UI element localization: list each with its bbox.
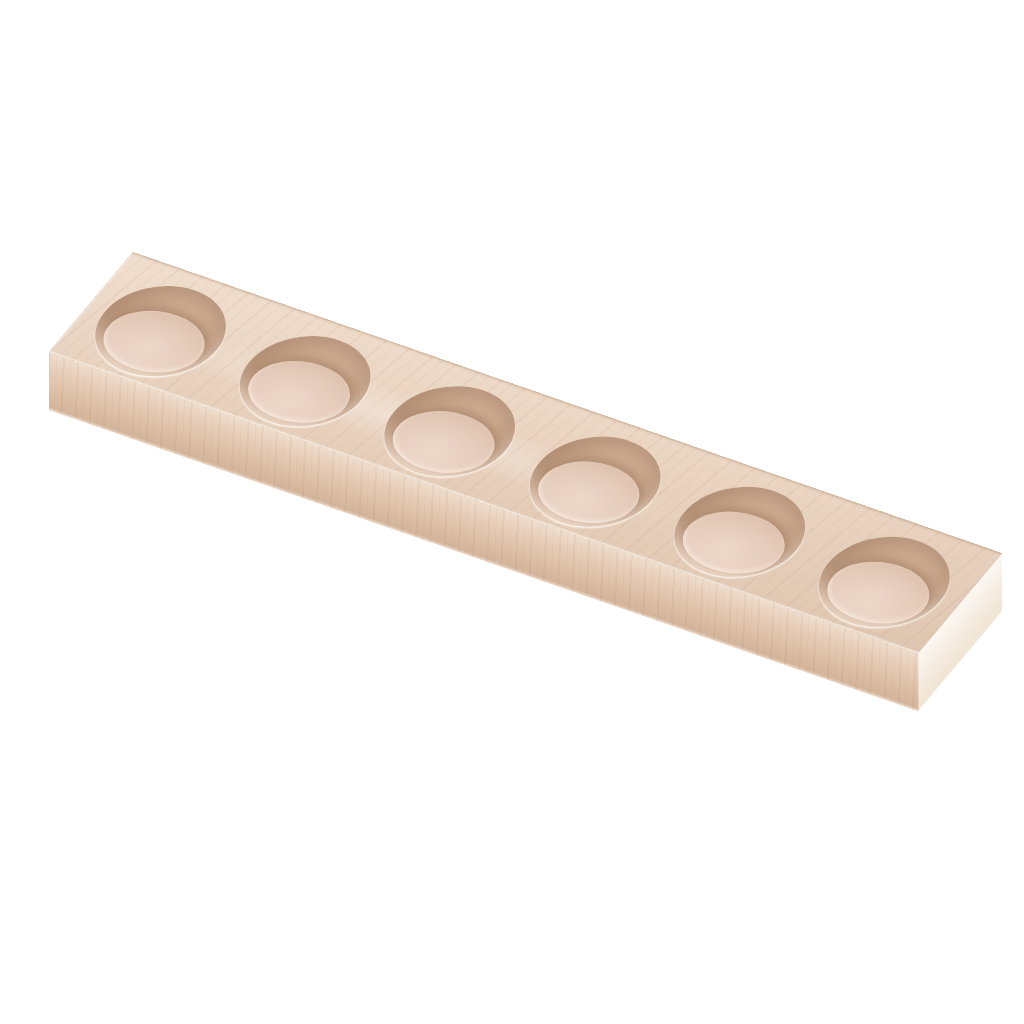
- product-photo-stage: [0, 0, 1024, 1024]
